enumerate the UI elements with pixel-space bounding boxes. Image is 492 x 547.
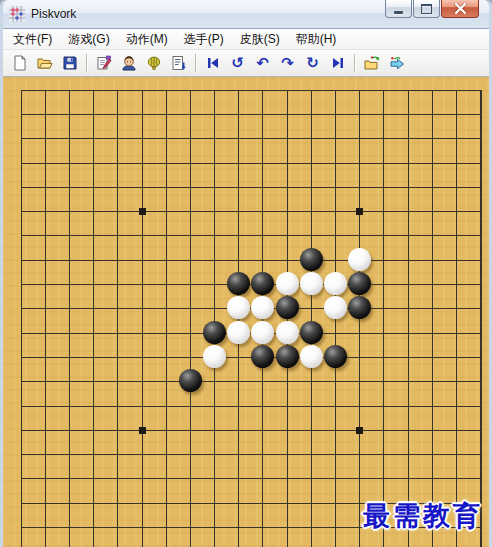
board-intersection[interactable] <box>251 491 275 515</box>
board-intersection[interactable] <box>420 394 444 418</box>
board-intersection[interactable] <box>275 224 299 248</box>
board-intersection[interactable] <box>154 272 178 296</box>
toolbar-player-settings-button[interactable] <box>117 52 140 74</box>
menu-item-game[interactable]: 游戏(G) <box>60 29 117 49</box>
board-intersection[interactable] <box>57 127 81 151</box>
board-intersection[interactable] <box>203 442 227 466</box>
board-intersection[interactable] <box>154 297 178 321</box>
board-intersection[interactable] <box>299 297 323 321</box>
board-intersection[interactable] <box>275 467 299 491</box>
board-intersection[interactable] <box>227 175 251 199</box>
board-intersection[interactable] <box>420 248 444 272</box>
board-intersection[interactable] <box>57 491 81 515</box>
board-intersection[interactable] <box>251 540 275 547</box>
menu-item-skin[interactable]: 皮肤(S) <box>232 29 288 49</box>
board-intersection[interactable] <box>33 345 57 369</box>
board-intersection[interactable] <box>106 394 130 418</box>
board-intersection[interactable] <box>469 199 489 223</box>
board-intersection[interactable] <box>469 370 489 394</box>
board-intersection[interactable] <box>178 321 202 345</box>
board-intersection[interactable] <box>251 248 275 272</box>
board-intersection[interactable] <box>130 199 154 223</box>
board-intersection[interactable] <box>57 442 81 466</box>
board-intersection[interactable] <box>251 151 275 175</box>
board-intersection[interactable] <box>372 467 396 491</box>
toolbar-redo-button[interactable]: ↷ <box>276 52 299 74</box>
board-intersection[interactable] <box>227 151 251 175</box>
board-intersection[interactable] <box>57 78 81 102</box>
board-intersection[interactable] <box>154 418 178 442</box>
board-intersection[interactable] <box>469 224 489 248</box>
board-intersection[interactable] <box>203 127 227 151</box>
board-intersection[interactable] <box>469 345 489 369</box>
board-intersection[interactable] <box>299 345 323 369</box>
board-intersection[interactable] <box>323 345 347 369</box>
board[interactable] <box>3 77 489 547</box>
board-intersection[interactable] <box>323 272 347 296</box>
board-intersection[interactable] <box>396 151 420 175</box>
board-intersection[interactable] <box>420 151 444 175</box>
board-intersection[interactable] <box>33 321 57 345</box>
board-intersection[interactable] <box>203 102 227 126</box>
board-intersection[interactable] <box>33 418 57 442</box>
close-button[interactable] <box>441 0 479 18</box>
board-intersection[interactable] <box>251 321 275 345</box>
board-intersection[interactable] <box>178 394 202 418</box>
board-intersection[interactable] <box>275 151 299 175</box>
board-intersection[interactable] <box>227 515 251 539</box>
board-intersection[interactable] <box>299 224 323 248</box>
board-intersection[interactable] <box>9 515 33 539</box>
board-intersection[interactable] <box>130 442 154 466</box>
board-intersection[interactable] <box>420 297 444 321</box>
board-intersection[interactable] <box>469 175 489 199</box>
board-intersection[interactable] <box>348 345 372 369</box>
board-intersection[interactable] <box>323 467 347 491</box>
board-intersection[interactable] <box>57 297 81 321</box>
board-intersection[interactable] <box>372 248 396 272</box>
board-intersection[interactable] <box>57 394 81 418</box>
board-intersection[interactable] <box>275 370 299 394</box>
board-intersection[interactable] <box>33 442 57 466</box>
board-intersection[interactable] <box>251 102 275 126</box>
board-intersection[interactable] <box>106 151 130 175</box>
board-intersection[interactable] <box>57 102 81 126</box>
board-intersection[interactable] <box>130 370 154 394</box>
board-intersection[interactable] <box>323 394 347 418</box>
board-intersection[interactable] <box>227 78 251 102</box>
board-intersection[interactable] <box>420 102 444 126</box>
board-intersection[interactable] <box>396 78 420 102</box>
board-intersection[interactable] <box>469 151 489 175</box>
board-intersection[interactable] <box>154 199 178 223</box>
board-intersection[interactable] <box>275 442 299 466</box>
board-intersection[interactable] <box>275 297 299 321</box>
board-intersection[interactable] <box>444 78 468 102</box>
board-intersection[interactable] <box>106 467 130 491</box>
board-intersection[interactable] <box>154 515 178 539</box>
board-intersection[interactable] <box>444 467 468 491</box>
board-intersection[interactable] <box>469 248 489 272</box>
board-intersection[interactable] <box>33 467 57 491</box>
title-bar[interactable]: Piskvork <box>3 0 489 29</box>
board-intersection[interactable] <box>57 418 81 442</box>
board-intersection[interactable] <box>323 370 347 394</box>
board-intersection[interactable] <box>348 321 372 345</box>
board-intersection[interactable] <box>227 467 251 491</box>
board-intersection[interactable] <box>299 515 323 539</box>
board-intersection[interactable] <box>444 127 468 151</box>
board-intersection[interactable] <box>130 272 154 296</box>
board-intersection[interactable] <box>227 224 251 248</box>
menu-item-action[interactable]: 动作(M) <box>118 29 176 49</box>
board-intersection[interactable] <box>396 199 420 223</box>
board-intersection[interactable] <box>323 78 347 102</box>
board-intersection[interactable] <box>299 418 323 442</box>
board-intersection[interactable] <box>9 272 33 296</box>
board-intersection[interactable] <box>275 491 299 515</box>
board-intersection[interactable] <box>82 540 106 547</box>
board-intersection[interactable] <box>444 345 468 369</box>
board-intersection[interactable] <box>154 127 178 151</box>
board-intersection[interactable] <box>130 102 154 126</box>
board-intersection[interactable] <box>106 175 130 199</box>
board-intersection[interactable] <box>227 491 251 515</box>
board-intersection[interactable] <box>396 175 420 199</box>
board-intersection[interactable] <box>9 151 33 175</box>
board-intersection[interactable] <box>420 78 444 102</box>
board-intersection[interactable] <box>106 199 130 223</box>
board-intersection[interactable] <box>275 394 299 418</box>
board-intersection[interactable] <box>275 540 299 547</box>
board-intersection[interactable] <box>203 199 227 223</box>
board-intersection[interactable] <box>469 272 489 296</box>
toolbar-to-end-button[interactable] <box>326 52 349 74</box>
board-intersection[interactable] <box>82 151 106 175</box>
board-intersection[interactable] <box>444 370 468 394</box>
board-intersection[interactable] <box>57 345 81 369</box>
board-intersection[interactable] <box>420 345 444 369</box>
board-intersection[interactable] <box>9 418 33 442</box>
board-intersection[interactable] <box>372 418 396 442</box>
board-intersection[interactable] <box>154 394 178 418</box>
board-intersection[interactable] <box>33 491 57 515</box>
board-intersection[interactable] <box>203 248 227 272</box>
board-intersection[interactable] <box>251 394 275 418</box>
toolbar-move-list-button[interactable] <box>167 52 190 74</box>
board-intersection[interactable] <box>348 467 372 491</box>
board-intersection[interactable] <box>154 442 178 466</box>
board-intersection[interactable] <box>251 345 275 369</box>
board-intersection[interactable] <box>9 321 33 345</box>
board-intersection[interactable] <box>275 248 299 272</box>
board-intersection[interactable] <box>130 515 154 539</box>
board-intersection[interactable] <box>251 297 275 321</box>
board-intersection[interactable] <box>348 127 372 151</box>
board-intersection[interactable] <box>154 345 178 369</box>
board-intersection[interactable] <box>299 151 323 175</box>
board-intersection[interactable] <box>130 151 154 175</box>
board-intersection[interactable] <box>33 370 57 394</box>
board-intersection[interactable] <box>178 224 202 248</box>
board-intersection[interactable] <box>396 224 420 248</box>
board-intersection[interactable] <box>396 321 420 345</box>
board-intersection[interactable] <box>106 540 130 547</box>
board-intersection[interactable] <box>372 175 396 199</box>
board-intersection[interactable] <box>178 491 202 515</box>
board-intersection[interactable] <box>106 272 130 296</box>
board-intersection[interactable] <box>323 151 347 175</box>
board-intersection[interactable] <box>106 370 130 394</box>
board-intersection[interactable] <box>178 345 202 369</box>
board-intersection[interactable] <box>444 175 468 199</box>
board-intersection[interactable] <box>469 467 489 491</box>
board-intersection[interactable] <box>82 199 106 223</box>
board-intersection[interactable] <box>154 248 178 272</box>
board-intersection[interactable] <box>420 199 444 223</box>
board-intersection[interactable] <box>178 272 202 296</box>
board-intersection[interactable] <box>106 78 130 102</box>
board-intersection[interactable] <box>275 102 299 126</box>
board-intersection[interactable] <box>420 175 444 199</box>
board-intersection[interactable] <box>9 102 33 126</box>
board-intersection[interactable] <box>9 540 33 547</box>
board-intersection[interactable] <box>396 297 420 321</box>
board-intersection[interactable] <box>203 175 227 199</box>
toolbar-redo-all-button[interactable]: ↻ <box>301 52 324 74</box>
board-intersection[interactable] <box>299 467 323 491</box>
board-intersection[interactable] <box>178 540 202 547</box>
board-intersection[interactable] <box>82 78 106 102</box>
board-intersection[interactable] <box>33 199 57 223</box>
board-intersection[interactable] <box>33 540 57 547</box>
board-intersection[interactable] <box>227 370 251 394</box>
toolbar-open-position-button[interactable] <box>360 52 383 74</box>
board-intersection[interactable] <box>203 272 227 296</box>
board-intersection[interactable] <box>299 175 323 199</box>
board-intersection[interactable] <box>251 467 275 491</box>
board-intersection[interactable] <box>130 175 154 199</box>
toolbar-save-file-button[interactable] <box>58 52 81 74</box>
board-intersection[interactable] <box>33 248 57 272</box>
board-intersection[interactable] <box>444 102 468 126</box>
board-intersection[interactable] <box>299 78 323 102</box>
board-intersection[interactable] <box>9 345 33 369</box>
board-intersection[interactable] <box>227 321 251 345</box>
toolbar-ai-brain-button[interactable] <box>142 52 165 74</box>
board-intersection[interactable] <box>299 321 323 345</box>
board-intersection[interactable] <box>130 491 154 515</box>
board-intersection[interactable] <box>251 418 275 442</box>
board-intersection[interactable] <box>130 224 154 248</box>
board-intersection[interactable] <box>203 345 227 369</box>
board-intersection[interactable] <box>396 272 420 296</box>
board-intersection[interactable] <box>444 199 468 223</box>
board-intersection[interactable] <box>469 78 489 102</box>
board-intersection[interactable] <box>275 78 299 102</box>
board-intersection[interactable] <box>82 127 106 151</box>
board-intersection[interactable] <box>444 540 468 547</box>
board-intersection[interactable] <box>251 272 275 296</box>
board-intersection[interactable] <box>227 127 251 151</box>
board-intersection[interactable] <box>275 321 299 345</box>
board-intersection[interactable] <box>130 345 154 369</box>
board-intersection[interactable] <box>130 248 154 272</box>
board-intersection[interactable] <box>203 321 227 345</box>
board-intersection[interactable] <box>299 127 323 151</box>
board-intersection[interactable] <box>469 442 489 466</box>
toolbar-send-position-button[interactable] <box>385 52 408 74</box>
board-intersection[interactable] <box>33 78 57 102</box>
board-intersection[interactable] <box>323 224 347 248</box>
board-intersection[interactable] <box>275 127 299 151</box>
board-intersection[interactable] <box>130 127 154 151</box>
board-intersection[interactable] <box>275 175 299 199</box>
toolbar-undo-button[interactable]: ↶ <box>251 52 274 74</box>
board-intersection[interactable] <box>444 248 468 272</box>
board-intersection[interactable] <box>227 345 251 369</box>
board-intersection[interactable] <box>348 540 372 547</box>
board-intersection[interactable] <box>57 272 81 296</box>
board-intersection[interactable] <box>82 345 106 369</box>
board-intersection[interactable] <box>396 248 420 272</box>
board-intersection[interactable] <box>348 175 372 199</box>
board-intersection[interactable] <box>33 102 57 126</box>
board-intersection[interactable] <box>469 127 489 151</box>
board-intersection[interactable] <box>178 248 202 272</box>
board-intersection[interactable] <box>82 102 106 126</box>
board-intersection[interactable] <box>251 515 275 539</box>
board-intersection[interactable] <box>251 175 275 199</box>
board-intersection[interactable] <box>154 175 178 199</box>
board-intersection[interactable] <box>203 467 227 491</box>
toolbar-new-game-button[interactable] <box>8 52 31 74</box>
board-intersection[interactable] <box>82 321 106 345</box>
board-intersection[interactable] <box>178 199 202 223</box>
board-intersection[interactable] <box>396 127 420 151</box>
board-intersection[interactable] <box>33 515 57 539</box>
board-intersection[interactable] <box>275 515 299 539</box>
board-intersection[interactable] <box>372 78 396 102</box>
board-intersection[interactable] <box>203 515 227 539</box>
board-intersection[interactable] <box>323 442 347 466</box>
board-intersection[interactable] <box>9 467 33 491</box>
board-intersection[interactable] <box>227 272 251 296</box>
board-intersection[interactable] <box>9 297 33 321</box>
menu-item-help[interactable]: 帮助(H) <box>288 29 345 49</box>
board-intersection[interactable] <box>82 272 106 296</box>
board-intersection[interactable] <box>348 248 372 272</box>
board-intersection[interactable] <box>227 297 251 321</box>
board-intersection[interactable] <box>323 127 347 151</box>
board-intersection[interactable] <box>82 248 106 272</box>
board-intersection[interactable] <box>9 78 33 102</box>
board-intersection[interactable] <box>82 467 106 491</box>
board-intersection[interactable] <box>396 345 420 369</box>
board-intersection[interactable] <box>348 102 372 126</box>
board-intersection[interactable] <box>227 418 251 442</box>
board-intersection[interactable] <box>323 321 347 345</box>
board-intersection[interactable] <box>469 394 489 418</box>
board-intersection[interactable] <box>57 321 81 345</box>
board-intersection[interactable] <box>275 418 299 442</box>
board-intersection[interactable] <box>469 297 489 321</box>
board-intersection[interactable] <box>323 491 347 515</box>
board-intersection[interactable] <box>227 540 251 547</box>
board-intersection[interactable] <box>420 272 444 296</box>
board-intersection[interactable] <box>106 297 130 321</box>
board-intersection[interactable] <box>178 467 202 491</box>
board-intersection[interactable] <box>9 394 33 418</box>
board-intersection[interactable] <box>106 127 130 151</box>
board-intersection[interactable] <box>178 78 202 102</box>
board-intersection[interactable] <box>57 151 81 175</box>
board-intersection[interactable] <box>203 297 227 321</box>
board-intersection[interactable] <box>299 199 323 223</box>
board-intersection[interactable] <box>251 370 275 394</box>
board-intersection[interactable] <box>396 442 420 466</box>
board-intersection[interactable] <box>251 127 275 151</box>
board-intersection[interactable] <box>323 540 347 547</box>
board-intersection[interactable] <box>203 394 227 418</box>
board-intersection[interactable] <box>299 370 323 394</box>
board-intersection[interactable] <box>420 418 444 442</box>
board-intersection[interactable] <box>372 127 396 151</box>
board-intersection[interactable] <box>178 442 202 466</box>
board-intersection[interactable] <box>275 272 299 296</box>
board-intersection[interactable] <box>372 102 396 126</box>
board-intersection[interactable] <box>444 394 468 418</box>
board-intersection[interactable] <box>106 102 130 126</box>
board-intersection[interactable] <box>33 175 57 199</box>
board-intersection[interactable] <box>251 224 275 248</box>
board-intersection[interactable] <box>372 394 396 418</box>
board-intersection[interactable] <box>323 418 347 442</box>
board-intersection[interactable] <box>323 199 347 223</box>
board-intersection[interactable] <box>420 127 444 151</box>
board-intersection[interactable] <box>444 272 468 296</box>
board-intersection[interactable] <box>227 248 251 272</box>
board-intersection[interactable] <box>203 540 227 547</box>
toolbar-undo-all-button[interactable]: ↺ <box>226 52 249 74</box>
board-intersection[interactable] <box>323 515 347 539</box>
menu-item-players[interactable]: 选手(P) <box>176 29 232 49</box>
board-intersection[interactable] <box>106 248 130 272</box>
board-intersection[interactable] <box>82 370 106 394</box>
board-intersection[interactable] <box>348 272 372 296</box>
minimize-button[interactable] <box>385 0 412 18</box>
board-intersection[interactable] <box>57 199 81 223</box>
board-intersection[interactable] <box>372 345 396 369</box>
board-intersection[interactable] <box>33 127 57 151</box>
board-intersection[interactable] <box>227 442 251 466</box>
board-intersection[interactable] <box>372 224 396 248</box>
board-intersection[interactable] <box>299 394 323 418</box>
board-intersection[interactable] <box>372 272 396 296</box>
board-intersection[interactable] <box>57 515 81 539</box>
board-intersection[interactable] <box>203 78 227 102</box>
board-intersection[interactable] <box>82 442 106 466</box>
board-intersection[interactable] <box>372 199 396 223</box>
maximize-button[interactable] <box>413 0 440 18</box>
board-intersection[interactable] <box>57 540 81 547</box>
board-intersection[interactable] <box>396 102 420 126</box>
board-intersection[interactable] <box>130 467 154 491</box>
board-intersection[interactable] <box>275 345 299 369</box>
board-intersection[interactable] <box>154 370 178 394</box>
board-intersection[interactable] <box>372 540 396 547</box>
board-intersection[interactable] <box>299 248 323 272</box>
